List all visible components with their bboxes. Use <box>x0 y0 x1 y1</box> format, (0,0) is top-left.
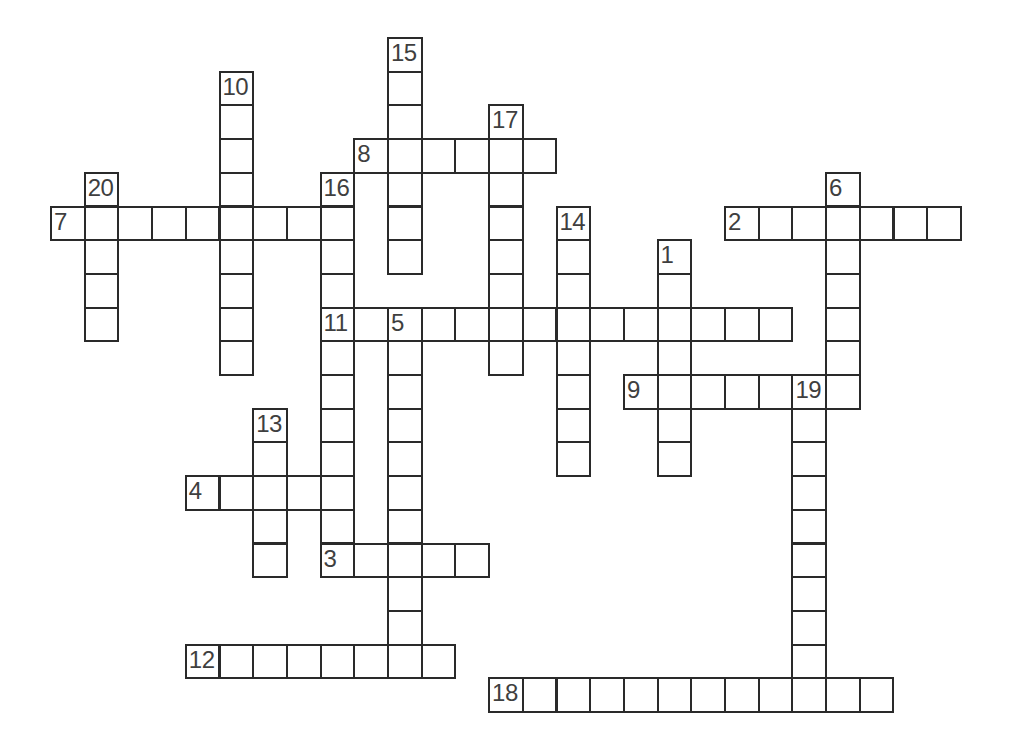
cell-r7c8[interactable] <box>320 273 356 309</box>
cell-r10c15[interactable] <box>556 374 592 410</box>
cell-r14c8[interactable] <box>320 509 356 545</box>
cell-r9c15[interactable] <box>556 340 592 376</box>
clue-number: 11 <box>324 310 348 336</box>
cell-r13c8[interactable] <box>320 475 356 511</box>
clue-number: 16 <box>324 175 350 201</box>
cell-r10c19[interactable] <box>690 374 726 410</box>
cell-r3c9[interactable]: 8 <box>353 138 389 174</box>
cell-r6c8[interactable] <box>320 239 356 275</box>
cell-r8c18[interactable] <box>657 307 693 343</box>
cell-r18c5[interactable] <box>219 644 255 680</box>
cell-r9c5[interactable] <box>219 340 255 376</box>
cell-r19c18[interactable] <box>657 677 693 713</box>
clue-number: 20 <box>88 175 114 201</box>
cell-r17c22[interactable] <box>791 610 827 646</box>
crossword-page: 1510178201667142111591913431218 <box>0 0 1024 743</box>
cell-r10c8[interactable] <box>320 374 356 410</box>
cell-r5c26[interactable] <box>926 206 962 242</box>
cell-r3c5[interactable] <box>219 138 255 174</box>
cell-r7c18[interactable] <box>657 273 693 309</box>
clue-number: 15 <box>391 40 417 66</box>
cell-r19c15[interactable] <box>556 677 592 713</box>
cell-r17c10[interactable] <box>387 610 423 646</box>
cell-r10c20[interactable] <box>724 374 760 410</box>
cell-r16c22[interactable] <box>791 576 827 612</box>
cell-r6c15[interactable] <box>556 239 592 275</box>
cell-r19c20[interactable] <box>724 677 760 713</box>
cell-r8c8[interactable]: 11 <box>320 307 356 343</box>
cell-r10c23[interactable] <box>825 374 861 410</box>
cell-r7c5[interactable] <box>219 273 255 309</box>
clue-number: 2 <box>728 209 741 235</box>
cell-r2c5[interactable] <box>219 104 255 140</box>
cell-r8c11[interactable] <box>421 307 457 343</box>
clue-number: 19 <box>795 377 821 403</box>
cell-r4c10[interactable] <box>387 172 423 208</box>
cell-r5c8[interactable] <box>320 206 356 242</box>
cell-r5c22[interactable] <box>791 206 827 242</box>
cell-r0c10[interactable]: 15 <box>387 37 423 73</box>
cell-r11c6[interactable]: 13 <box>252 408 288 444</box>
cell-r19c22[interactable] <box>791 677 827 713</box>
cell-r18c9[interactable] <box>353 644 389 680</box>
cell-r6c10[interactable] <box>387 239 423 275</box>
cell-r8c13[interactable] <box>488 307 524 343</box>
cell-r12c22[interactable] <box>791 441 827 477</box>
cell-r13c22[interactable] <box>791 475 827 511</box>
cell-r9c8[interactable] <box>320 340 356 376</box>
cell-r4c13[interactable] <box>488 172 524 208</box>
cell-r19c13[interactable]: 18 <box>488 677 524 713</box>
cell-r8c1[interactable] <box>84 307 120 343</box>
cell-r5c3[interactable] <box>151 206 187 242</box>
cell-r8c20[interactable] <box>724 307 760 343</box>
cell-r3c13[interactable] <box>488 138 524 174</box>
clue-number: 9 <box>627 377 640 403</box>
cell-r19c17[interactable] <box>623 677 659 713</box>
cell-r15c10[interactable] <box>387 543 423 579</box>
cell-r7c23[interactable] <box>825 273 861 309</box>
clue-number: 8 <box>357 141 370 167</box>
cell-r11c10[interactable] <box>387 408 423 444</box>
cell-r12c18[interactable] <box>657 441 693 477</box>
cell-r5c10[interactable] <box>387 206 423 242</box>
cell-r7c13[interactable] <box>488 273 524 309</box>
cell-r10c18[interactable] <box>657 374 693 410</box>
cell-r4c5[interactable] <box>219 172 255 208</box>
cell-r7c1[interactable] <box>84 273 120 309</box>
cell-r8c23[interactable] <box>825 307 861 343</box>
cell-r12c8[interactable] <box>320 441 356 477</box>
cell-r8c21[interactable] <box>758 307 794 343</box>
cell-r8c15[interactable] <box>556 307 592 343</box>
cell-r19c21[interactable] <box>758 677 794 713</box>
clue-number: 5 <box>391 310 404 336</box>
clue-number: 3 <box>324 546 337 572</box>
cell-r15c22[interactable] <box>791 543 827 579</box>
cell-r13c6[interactable] <box>252 475 288 511</box>
cell-r19c24[interactable] <box>859 677 895 713</box>
cell-r5c0[interactable]: 7 <box>50 206 86 242</box>
cell-r6c1[interactable] <box>84 239 120 275</box>
clue-number: 14 <box>560 209 586 235</box>
cell-r11c22[interactable] <box>791 408 827 444</box>
cell-r9c18[interactable] <box>657 340 693 376</box>
cell-r14c10[interactable] <box>387 509 423 545</box>
cell-r5c23[interactable] <box>825 206 861 242</box>
cell-r18c8[interactable] <box>320 644 356 680</box>
cell-r5c2[interactable] <box>117 206 153 242</box>
cell-r5c20[interactable]: 2 <box>724 206 760 242</box>
cell-r9c23[interactable] <box>825 340 861 376</box>
cell-r9c10[interactable] <box>387 340 423 376</box>
cell-r9c13[interactable] <box>488 340 524 376</box>
cell-r12c6[interactable] <box>252 441 288 477</box>
cell-r8c5[interactable] <box>219 307 255 343</box>
cell-r5c4[interactable] <box>185 206 221 242</box>
clue-number: 18 <box>492 680 518 706</box>
cell-r18c22[interactable] <box>791 644 827 680</box>
cell-r14c6[interactable] <box>252 509 288 545</box>
cell-r5c21[interactable] <box>758 206 794 242</box>
cell-r5c7[interactable] <box>286 206 322 242</box>
cell-r15c11[interactable] <box>421 543 457 579</box>
cell-r10c17[interactable]: 9 <box>623 374 659 410</box>
clue-number: 7 <box>54 209 67 235</box>
cell-r6c13[interactable] <box>488 239 524 275</box>
cell-r3c10[interactable] <box>387 138 423 174</box>
cell-r8c16[interactable] <box>589 307 625 343</box>
cell-r12c15[interactable] <box>556 441 592 477</box>
cell-r18c7[interactable] <box>286 644 322 680</box>
cell-r19c19[interactable] <box>690 677 726 713</box>
cell-r19c16[interactable] <box>589 677 625 713</box>
cell-r5c6[interactable] <box>252 206 288 242</box>
cell-r11c15[interactable] <box>556 408 592 444</box>
clue-number: 17 <box>492 107 518 133</box>
cell-r15c8[interactable]: 3 <box>320 543 356 579</box>
cell-r3c14[interactable] <box>522 138 558 174</box>
cell-r6c18[interactable]: 1 <box>657 239 693 275</box>
crossword-board: 1510178201667142111591913431218 <box>0 0 1024 743</box>
cell-r10c10[interactable] <box>387 374 423 410</box>
cell-r2c10[interactable] <box>387 104 423 140</box>
clue-number: 4 <box>189 478 202 504</box>
cell-r6c5[interactable] <box>219 239 255 275</box>
cell-r5c15[interactable]: 14 <box>556 206 592 242</box>
cell-r18c6[interactable] <box>252 644 288 680</box>
cell-r8c17[interactable] <box>623 307 659 343</box>
cell-r5c1[interactable] <box>84 206 120 242</box>
cell-r6c23[interactable] <box>825 239 861 275</box>
cell-r8c14[interactable] <box>522 307 558 343</box>
clue-number: 13 <box>256 411 282 437</box>
cell-r5c24[interactable] <box>859 206 895 242</box>
cell-r5c5[interactable] <box>219 206 255 242</box>
cell-r18c11[interactable] <box>421 644 457 680</box>
cell-r10c21[interactable] <box>758 374 794 410</box>
cell-r11c8[interactable] <box>320 408 356 444</box>
cell-r5c13[interactable] <box>488 206 524 242</box>
cell-r3c12[interactable] <box>454 138 490 174</box>
cell-r7c15[interactable] <box>556 273 592 309</box>
cell-r5c25[interactable] <box>893 206 929 242</box>
cell-r4c8[interactable]: 16 <box>320 172 356 208</box>
cell-r13c10[interactable] <box>387 475 423 511</box>
cell-r2c13[interactable]: 17 <box>488 104 524 140</box>
cell-r1c5[interactable]: 10 <box>219 71 255 107</box>
clue-number: 6 <box>829 175 842 201</box>
clue-number: 1 <box>661 242 674 268</box>
cell-r19c23[interactable] <box>825 677 861 713</box>
cell-r1c10[interactable] <box>387 71 423 107</box>
cell-r13c5[interactable] <box>219 475 255 511</box>
cell-r8c12[interactable] <box>454 307 490 343</box>
cell-r13c7[interactable] <box>286 475 322 511</box>
cell-r16c10[interactable] <box>387 576 423 612</box>
cell-r3c11[interactable] <box>421 138 457 174</box>
clue-number: 10 <box>223 74 249 100</box>
cell-r18c10[interactable] <box>387 644 423 680</box>
cell-r4c1[interactable]: 20 <box>84 172 120 208</box>
cell-r15c12[interactable] <box>454 543 490 579</box>
cell-r13c4[interactable]: 4 <box>185 475 221 511</box>
cell-r11c18[interactable] <box>657 408 693 444</box>
cell-r8c9[interactable] <box>353 307 389 343</box>
cell-r15c9[interactable] <box>353 543 389 579</box>
cell-r8c10[interactable]: 5 <box>387 307 423 343</box>
cell-r14c22[interactable] <box>791 509 827 545</box>
cell-r12c10[interactable] <box>387 441 423 477</box>
cell-r4c23[interactable]: 6 <box>825 172 861 208</box>
cell-r18c4[interactable]: 12 <box>185 644 221 680</box>
clue-number: 12 <box>189 647 215 673</box>
cell-r10c22[interactable]: 19 <box>791 374 827 410</box>
cell-r8c19[interactable] <box>690 307 726 343</box>
cell-r19c14[interactable] <box>522 677 558 713</box>
cell-r15c6[interactable] <box>252 543 288 579</box>
